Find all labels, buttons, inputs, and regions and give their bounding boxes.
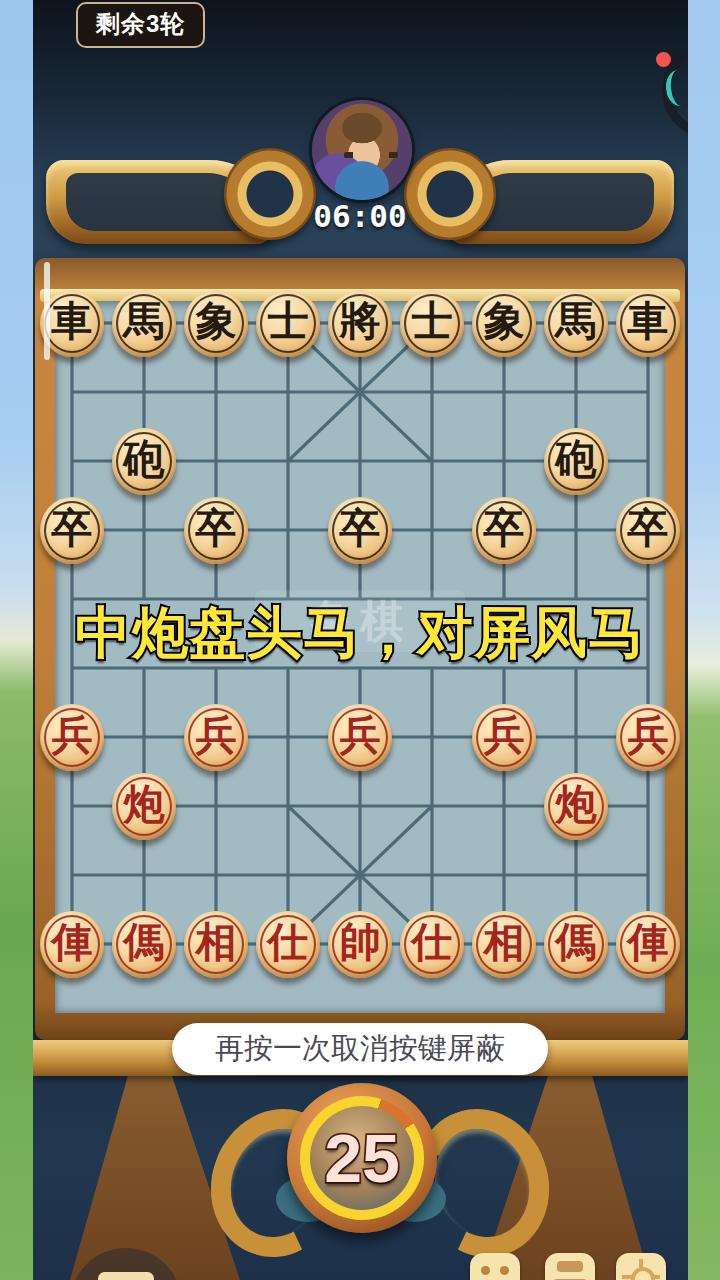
piece-black-砲[interactable]: 砲: [544, 428, 608, 495]
piece-black-馬[interactable]: 馬: [112, 290, 176, 357]
piece-red-帥[interactable]: 帥: [328, 911, 392, 978]
piece-glyph: 帥: [328, 911, 392, 978]
piece-black-卒[interactable]: 卒: [40, 497, 104, 564]
piece-black-卒[interactable]: 卒: [184, 497, 248, 564]
piece-glyph: 炮: [544, 773, 608, 840]
piece-black-卒[interactable]: 卒: [328, 497, 392, 564]
piece-glyph: 象: [184, 290, 248, 357]
piece-red-仕[interactable]: 仕: [400, 911, 464, 978]
piece-glyph: 士: [400, 290, 464, 357]
piece-black-將[interactable]: 將: [328, 290, 392, 357]
emote-face-icon: [481, 1266, 490, 1275]
piece-red-兵[interactable]: 兵: [328, 704, 392, 771]
piece-red-相[interactable]: 相: [472, 911, 536, 978]
piece-red-兵[interactable]: 兵: [472, 704, 536, 771]
piece-glyph: 砲: [544, 428, 608, 495]
board-icon: [631, 1267, 655, 1280]
piece-black-馬[interactable]: 馬: [544, 290, 608, 357]
piece-glyph: 仕: [400, 911, 464, 978]
piece-red-傌[interactable]: 傌: [544, 911, 608, 978]
piece-glyph: 兵: [184, 704, 248, 771]
opening-caption: 中炮盘头马，对屏风马: [0, 596, 720, 672]
piece-black-象[interactable]: 象: [184, 290, 248, 357]
piece-glyph: 兵: [472, 704, 536, 771]
list-icon: [557, 1261, 583, 1272]
player-countdown-ring: 25: [287, 1083, 437, 1233]
piece-glyph: 將: [328, 290, 392, 357]
piece-glyph: 卒: [472, 497, 536, 564]
piece-red-兵[interactable]: 兵: [184, 704, 248, 771]
piece-glyph: 車: [616, 290, 680, 357]
game-screen: 剩余3轮 06:00: [0, 0, 720, 1280]
piece-glyph: 馬: [544, 290, 608, 357]
menu-bar-icon: [98, 1272, 154, 1280]
countdown-value: 25: [287, 1083, 437, 1233]
piece-red-俥[interactable]: 俥: [616, 911, 680, 978]
piece-glyph: 傌: [112, 911, 176, 978]
piece-black-車[interactable]: 車: [616, 290, 680, 357]
piece-red-俥[interactable]: 俥: [40, 911, 104, 978]
piece-glyph: 兵: [616, 704, 680, 771]
piece-glyph: 卒: [40, 497, 104, 564]
emote-button[interactable]: [470, 1253, 520, 1280]
piece-glyph: 象: [472, 290, 536, 357]
piece-glyph: 砲: [112, 428, 176, 495]
piece-glyph: 卒: [616, 497, 680, 564]
piece-glyph: 卒: [184, 497, 248, 564]
piece-red-炮[interactable]: 炮: [112, 773, 176, 840]
piece-red-相[interactable]: 相: [184, 911, 248, 978]
piece-glyph: 士: [256, 290, 320, 357]
piece-red-兵[interactable]: 兵: [616, 704, 680, 771]
piece-black-士[interactable]: 士: [400, 290, 464, 357]
piece-red-兵[interactable]: 兵: [40, 704, 104, 771]
piece-glyph: 俥: [40, 911, 104, 978]
piece-black-象[interactable]: 象: [472, 290, 536, 357]
board-settings-button[interactable]: [616, 1253, 666, 1280]
piece-glyph: 相: [184, 911, 248, 978]
piece-glyph: 兵: [40, 704, 104, 771]
piece-glyph: 俥: [616, 911, 680, 978]
piece-glyph: 馬: [112, 290, 176, 357]
piece-red-炮[interactable]: 炮: [544, 773, 608, 840]
emote-face-icon: [500, 1266, 509, 1275]
piece-glyph: 兵: [328, 704, 392, 771]
piece-black-士[interactable]: 士: [256, 290, 320, 357]
piece-red-仕[interactable]: 仕: [256, 911, 320, 978]
wallpaper-strip-left: [0, 0, 33, 1280]
piece-glyph: 仕: [256, 911, 320, 978]
scrollbar-indicator[interactable]: [44, 262, 50, 360]
piece-glyph: 卒: [328, 497, 392, 564]
rounds-remaining-badge: 剩余3轮: [76, 2, 205, 48]
piece-glyph: 傌: [544, 911, 608, 978]
wallpaper-strip-right: [688, 0, 720, 1280]
piece-glyph: 炮: [112, 773, 176, 840]
piece-black-砲[interactable]: 砲: [112, 428, 176, 495]
piece-black-卒[interactable]: 卒: [472, 497, 536, 564]
move-list-button[interactable]: [545, 1253, 595, 1280]
unmute-toast-button[interactable]: 再按一次取消按键屏蔽: [172, 1023, 548, 1075]
piece-red-傌[interactable]: 傌: [112, 911, 176, 978]
piece-glyph: 相: [472, 911, 536, 978]
piece-black-卒[interactable]: 卒: [616, 497, 680, 564]
